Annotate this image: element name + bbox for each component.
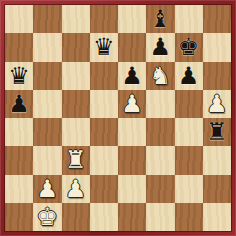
square-c4[interactable] bbox=[62, 118, 90, 146]
square-b8[interactable] bbox=[33, 5, 61, 33]
black-king[interactable]: ♚ bbox=[178, 33, 200, 61]
square-c3[interactable]: ♜ bbox=[62, 146, 90, 174]
square-g3[interactable] bbox=[175, 146, 203, 174]
black-queen[interactable]: ♛ bbox=[93, 33, 115, 61]
square-a2[interactable] bbox=[5, 175, 33, 203]
white-knight[interactable]: ♞ bbox=[150, 62, 172, 90]
square-e5[interactable]: ♟ bbox=[118, 90, 146, 118]
white-pawn[interactable]: ♟ bbox=[121, 90, 143, 118]
square-b2[interactable]: ♟ bbox=[33, 175, 61, 203]
square-d2[interactable] bbox=[90, 175, 118, 203]
square-d7[interactable]: ♛ bbox=[90, 33, 118, 61]
square-f2[interactable] bbox=[146, 175, 174, 203]
square-c2[interactable]: ♟ bbox=[62, 175, 90, 203]
white-king[interactable]: ♚ bbox=[37, 203, 59, 231]
square-e3[interactable] bbox=[118, 146, 146, 174]
square-h3[interactable] bbox=[203, 146, 231, 174]
square-a8[interactable] bbox=[5, 5, 33, 33]
white-rook[interactable]: ♜ bbox=[65, 146, 87, 174]
square-a6[interactable]: ♛ bbox=[5, 62, 33, 90]
square-d8[interactable] bbox=[90, 5, 118, 33]
square-h8[interactable] bbox=[203, 5, 231, 33]
black-pawn[interactable]: ♟ bbox=[8, 90, 30, 118]
square-f6[interactable]: ♞ bbox=[146, 62, 174, 90]
square-b4[interactable] bbox=[33, 118, 61, 146]
square-a5[interactable]: ♟ bbox=[5, 90, 33, 118]
square-g8[interactable] bbox=[175, 5, 203, 33]
square-h5[interactable]: ♟ bbox=[203, 90, 231, 118]
square-f1[interactable] bbox=[146, 203, 174, 231]
chess-board: ♝♛♟♚♛♟♞♟♟♟♟♜♜♟♟♚ bbox=[5, 5, 231, 231]
square-a7[interactable] bbox=[5, 33, 33, 61]
square-c1[interactable] bbox=[62, 203, 90, 231]
square-d6[interactable] bbox=[90, 62, 118, 90]
square-g5[interactable] bbox=[175, 90, 203, 118]
square-c5[interactable] bbox=[62, 90, 90, 118]
square-b1[interactable]: ♚ bbox=[33, 203, 61, 231]
square-c7[interactable] bbox=[62, 33, 90, 61]
square-b5[interactable] bbox=[33, 90, 61, 118]
square-a1[interactable] bbox=[5, 203, 33, 231]
square-c8[interactable] bbox=[62, 5, 90, 33]
square-f3[interactable] bbox=[146, 146, 174, 174]
square-c6[interactable] bbox=[62, 62, 90, 90]
white-pawn[interactable]: ♟ bbox=[206, 90, 228, 118]
square-e7[interactable] bbox=[118, 33, 146, 61]
black-pawn[interactable]: ♟ bbox=[150, 33, 172, 61]
square-e6[interactable]: ♟ bbox=[118, 62, 146, 90]
square-g4[interactable] bbox=[175, 118, 203, 146]
white-pawn[interactable]: ♟ bbox=[37, 175, 59, 203]
square-h1[interactable] bbox=[203, 203, 231, 231]
black-bishop[interactable]: ♝ bbox=[150, 5, 172, 33]
square-f5[interactable] bbox=[146, 90, 174, 118]
square-h7[interactable] bbox=[203, 33, 231, 61]
square-f4[interactable] bbox=[146, 118, 174, 146]
square-d5[interactable] bbox=[90, 90, 118, 118]
square-g1[interactable] bbox=[175, 203, 203, 231]
square-e2[interactable] bbox=[118, 175, 146, 203]
black-rook[interactable]: ♜ bbox=[206, 118, 228, 146]
square-g6[interactable]: ♟ bbox=[175, 62, 203, 90]
black-pawn[interactable]: ♟ bbox=[178, 62, 200, 90]
square-e1[interactable] bbox=[118, 203, 146, 231]
square-b3[interactable] bbox=[33, 146, 61, 174]
white-pawn[interactable]: ♟ bbox=[65, 175, 87, 203]
square-e4[interactable] bbox=[118, 118, 146, 146]
square-d4[interactable] bbox=[90, 118, 118, 146]
square-e8[interactable] bbox=[118, 5, 146, 33]
board-frame: ♝♛♟♚♛♟♞♟♟♟♟♜♜♟♟♚ bbox=[0, 0, 236, 236]
square-d3[interactable] bbox=[90, 146, 118, 174]
square-g7[interactable]: ♚ bbox=[175, 33, 203, 61]
square-h6[interactable] bbox=[203, 62, 231, 90]
square-d1[interactable] bbox=[90, 203, 118, 231]
square-a4[interactable] bbox=[5, 118, 33, 146]
black-pawn[interactable]: ♟ bbox=[121, 62, 143, 90]
black-queen[interactable]: ♛ bbox=[8, 62, 30, 90]
square-a3[interactable] bbox=[5, 146, 33, 174]
square-g2[interactable] bbox=[175, 175, 203, 203]
square-h2[interactable] bbox=[203, 175, 231, 203]
square-b6[interactable] bbox=[33, 62, 61, 90]
square-f8[interactable]: ♝ bbox=[146, 5, 174, 33]
square-h4[interactable]: ♜ bbox=[203, 118, 231, 146]
square-f7[interactable]: ♟ bbox=[146, 33, 174, 61]
square-b7[interactable] bbox=[33, 33, 61, 61]
